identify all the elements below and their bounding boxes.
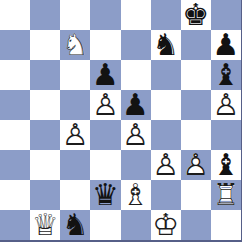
square-b5[interactable] xyxy=(30,90,60,120)
black-bishop-glyph: ♝ xyxy=(212,60,239,90)
black-knight-glyph: ♞ xyxy=(152,30,179,60)
square-g5[interactable] xyxy=(181,90,211,120)
square-b4[interactable] xyxy=(30,120,60,150)
black-king-g8[interactable]: ♚ xyxy=(181,0,211,30)
white-knight-c7[interactable]: ♞♘ xyxy=(60,30,90,60)
square-a3[interactable] xyxy=(0,150,30,180)
square-c6[interactable] xyxy=(60,60,90,90)
square-a1[interactable] xyxy=(0,210,30,240)
white-pawn-h5[interactable]: ♟♙ xyxy=(211,90,241,120)
white-king-outline: ♔ xyxy=(152,210,179,240)
square-h3[interactable]: ♝ xyxy=(211,150,241,180)
square-b2[interactable] xyxy=(30,180,60,210)
square-d4[interactable] xyxy=(90,120,120,150)
square-g1[interactable] xyxy=(181,210,211,240)
square-e8[interactable] xyxy=(121,0,151,30)
square-e5[interactable]: ♟ xyxy=(121,90,151,120)
black-queen-d2[interactable]: ♛ xyxy=(90,180,120,210)
square-e3[interactable] xyxy=(121,150,151,180)
square-f4[interactable] xyxy=(151,120,181,150)
square-g8[interactable]: ♚ xyxy=(181,0,211,30)
square-d7[interactable] xyxy=(90,30,120,60)
square-h4[interactable] xyxy=(211,120,241,150)
black-bishop-glyph: ♝ xyxy=(212,150,239,180)
black-pawn-glyph: ♟ xyxy=(92,60,119,90)
black-knight-f7[interactable]: ♞ xyxy=(151,30,181,60)
square-e2[interactable]: ♝♗ xyxy=(121,180,151,210)
chess-board: ♚♞♘♞♟♟♝♟♙♟♟♙♟♙♟♙♟♙♟♙♝♛♝♗♜♖♛♕♞♚♔ xyxy=(0,0,242,242)
square-h6[interactable]: ♝ xyxy=(211,60,241,90)
white-rook-h2[interactable]: ♜♖ xyxy=(211,180,241,210)
square-a6[interactable] xyxy=(0,60,30,90)
black-pawn-glyph: ♟ xyxy=(212,30,239,60)
square-d5[interactable]: ♟♙ xyxy=(90,90,120,120)
white-pawn-outline: ♙ xyxy=(122,120,149,150)
square-a2[interactable] xyxy=(0,180,30,210)
square-b7[interactable] xyxy=(30,30,60,60)
square-c3[interactable] xyxy=(60,150,90,180)
white-bishop-outline: ♗ xyxy=(122,180,149,210)
square-h7[interactable]: ♟ xyxy=(211,30,241,60)
square-b6[interactable] xyxy=(30,60,60,90)
square-g7[interactable] xyxy=(181,30,211,60)
square-c8[interactable] xyxy=(60,0,90,30)
square-f5[interactable] xyxy=(151,90,181,120)
square-a8[interactable] xyxy=(0,0,30,30)
white-pawn-e4[interactable]: ♟♙ xyxy=(121,120,151,150)
square-d6[interactable]: ♟ xyxy=(90,60,120,90)
black-pawn-e5[interactable]: ♟ xyxy=(121,90,151,120)
white-king-f1[interactable]: ♚♔ xyxy=(151,210,181,240)
square-e1[interactable] xyxy=(121,210,151,240)
black-knight-glyph: ♞ xyxy=(62,210,89,240)
square-d3[interactable] xyxy=(90,150,120,180)
white-pawn-outline: ♙ xyxy=(62,120,89,150)
black-queen-glyph: ♛ xyxy=(92,180,119,210)
white-queen-b1[interactable]: ♛♕ xyxy=(30,210,60,240)
square-h8[interactable] xyxy=(211,0,241,30)
white-pawn-g3[interactable]: ♟♙ xyxy=(181,150,211,180)
square-g4[interactable] xyxy=(181,120,211,150)
square-e4[interactable]: ♟♙ xyxy=(121,120,151,150)
square-f6[interactable] xyxy=(151,60,181,90)
square-e7[interactable] xyxy=(121,30,151,60)
square-h5[interactable]: ♟♙ xyxy=(211,90,241,120)
white-pawn-outline: ♙ xyxy=(152,150,179,180)
white-pawn-outline: ♙ xyxy=(182,150,209,180)
square-a4[interactable] xyxy=(0,120,30,150)
square-c4[interactable]: ♟♙ xyxy=(60,120,90,150)
square-d2[interactable]: ♛ xyxy=(90,180,120,210)
white-pawn-outline: ♙ xyxy=(212,90,239,120)
white-pawn-outline: ♙ xyxy=(92,90,119,120)
square-g2[interactable] xyxy=(181,180,211,210)
square-a5[interactable] xyxy=(0,90,30,120)
square-c5[interactable] xyxy=(60,90,90,120)
white-pawn-f3[interactable]: ♟♙ xyxy=(151,150,181,180)
white-bishop-e2[interactable]: ♝♗ xyxy=(121,180,151,210)
square-c2[interactable] xyxy=(60,180,90,210)
square-h1[interactable] xyxy=(211,210,241,240)
square-g3[interactable]: ♟♙ xyxy=(181,150,211,180)
white-queen-outline: ♕ xyxy=(32,210,59,240)
white-rook-outline: ♖ xyxy=(212,180,239,210)
square-f7[interactable]: ♞ xyxy=(151,30,181,60)
square-d1[interactable] xyxy=(90,210,120,240)
black-bishop-h6[interactable]: ♝ xyxy=(211,60,241,90)
square-e6[interactable] xyxy=(121,60,151,90)
square-b3[interactable] xyxy=(30,150,60,180)
white-pawn-d5[interactable]: ♟♙ xyxy=(90,90,120,120)
black-bishop-h3[interactable]: ♝ xyxy=(211,150,241,180)
black-pawn-h7[interactable]: ♟ xyxy=(211,30,241,60)
square-b1[interactable]: ♛♕ xyxy=(30,210,60,240)
square-h2[interactable]: ♜♖ xyxy=(211,180,241,210)
square-f3[interactable]: ♟♙ xyxy=(151,150,181,180)
square-f8[interactable] xyxy=(151,0,181,30)
square-g6[interactable] xyxy=(181,60,211,90)
white-pawn-c4[interactable]: ♟♙ xyxy=(60,120,90,150)
square-b8[interactable] xyxy=(30,0,60,30)
black-knight-c1[interactable]: ♞ xyxy=(60,210,90,240)
square-c7[interactable]: ♞♘ xyxy=(60,30,90,60)
square-d8[interactable] xyxy=(90,0,120,30)
square-f1[interactable]: ♚♔ xyxy=(151,210,181,240)
square-f2[interactable] xyxy=(151,180,181,210)
black-pawn-glyph: ♟ xyxy=(122,90,149,120)
square-c1[interactable]: ♞ xyxy=(60,210,90,240)
black-king-glyph: ♚ xyxy=(182,0,209,30)
white-knight-outline: ♘ xyxy=(62,30,89,60)
square-a7[interactable] xyxy=(0,30,30,60)
black-pawn-d6[interactable]: ♟ xyxy=(90,60,120,90)
